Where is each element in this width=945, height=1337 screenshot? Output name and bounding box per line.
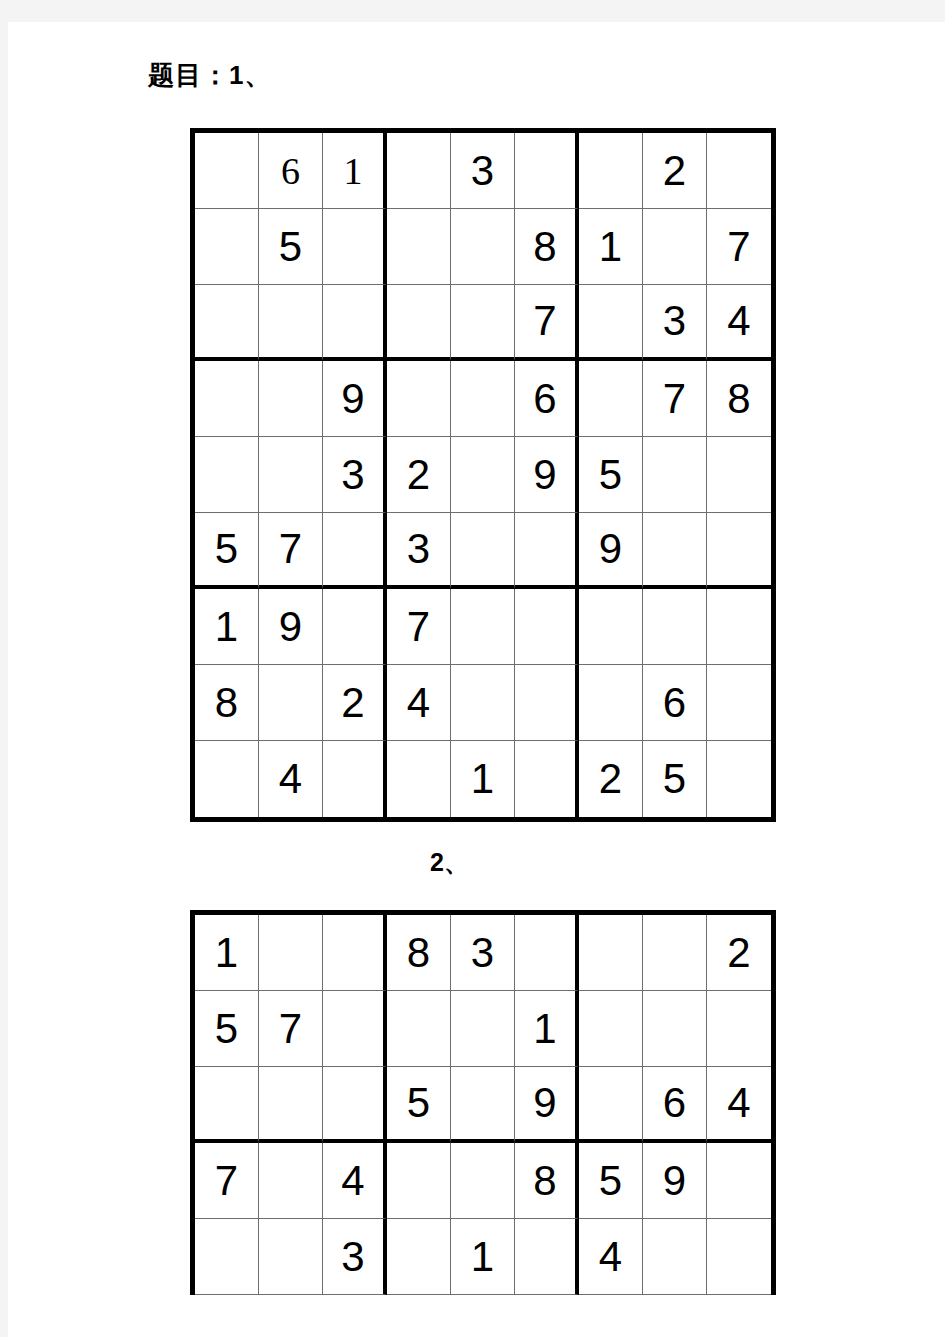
sudoku-grid-1: 6132581773496783295573919782464125 — [190, 128, 776, 822]
puzzle-1-cell-r3c6: 7 — [515, 285, 579, 361]
puzzle-2-cell-r5c4 — [387, 1219, 451, 1295]
puzzle-2-cell-r5c1 — [195, 1219, 259, 1295]
puzzle-1-cell-r9c2: 4 — [259, 741, 323, 817]
puzzle-1-cell-r2c1 — [195, 209, 259, 285]
puzzle-2-cell-r1c3 — [323, 915, 387, 991]
puzzle-2-cell-r1c7 — [579, 915, 643, 991]
puzzle-1-cell-r3c1 — [195, 285, 259, 361]
puzzle-2-cell-r1c8 — [643, 915, 707, 991]
puzzle-2-cell-r1c5: 3 — [451, 915, 515, 991]
puzzle-1-cell-r8c5 — [451, 665, 515, 741]
puzzle-1-cell-r8c1: 8 — [195, 665, 259, 741]
puzzle-1-cell-r1c4 — [387, 133, 451, 209]
puzzle-2-cell-r4c5 — [451, 1143, 515, 1219]
puzzle-1-cell-r8c3: 2 — [323, 665, 387, 741]
puzzle-2-cell-r4c1: 7 — [195, 1143, 259, 1219]
page-title: 题目：1、 — [148, 58, 271, 93]
puzzle-1-cell-r8c2 — [259, 665, 323, 741]
puzzle-2-cell-r3c8: 6 — [643, 1067, 707, 1143]
puzzle-1-cell-r7c1: 1 — [195, 589, 259, 665]
puzzle-2-cell-r2c1: 5 — [195, 991, 259, 1067]
sudoku-grid-2: 1832571596474859314 — [190, 910, 776, 1295]
puzzle-2-cell-r5c3: 3 — [323, 1219, 387, 1295]
viewer-left-margin — [0, 0, 8, 1337]
puzzle-1-cell-r4c1 — [195, 361, 259, 437]
puzzle-1-cell-r6c1: 5 — [195, 513, 259, 589]
puzzle-1-cell-r6c7: 9 — [579, 513, 643, 589]
puzzle-1-cell-r5c6: 9 — [515, 437, 579, 513]
puzzle-1-cell-r3c4 — [387, 285, 451, 361]
puzzle-1-cell-r5c2 — [259, 437, 323, 513]
puzzle-2-cell-r2c6: 1 — [515, 991, 579, 1067]
puzzle-1-cell-r3c5 — [451, 285, 515, 361]
puzzle-1-cell-r3c2 — [259, 285, 323, 361]
puzzle-1-cell-r9c1 — [195, 741, 259, 817]
puzzle-1-cell-r2c2: 5 — [259, 209, 323, 285]
puzzle-1-cell-r2c8 — [643, 209, 707, 285]
puzzle-1-cell-r6c3 — [323, 513, 387, 589]
puzzle-2-cell-r2c5 — [451, 991, 515, 1067]
puzzle-1-cell-r6c9 — [707, 513, 771, 589]
puzzle-2-cell-r4c3: 4 — [323, 1143, 387, 1219]
document-page: 题目：1、 6132581773496783295573919782464125… — [0, 0, 945, 1337]
puzzle-1-cell-r5c4: 2 — [387, 437, 451, 513]
puzzle-2-cell-r4c9 — [707, 1143, 771, 1219]
puzzle-2-cell-r1c6 — [515, 915, 579, 991]
puzzle-1-cell-r8c9 — [707, 665, 771, 741]
puzzle-2-cell-r5c8 — [643, 1219, 707, 1295]
puzzle-2-cell-r2c2: 7 — [259, 991, 323, 1067]
puzzle-2-cell-r5c7: 4 — [579, 1219, 643, 1295]
puzzle-1-cell-r2c5 — [451, 209, 515, 285]
puzzle-1-cell-r7c5 — [451, 589, 515, 665]
puzzle-1-cell-r3c9: 4 — [707, 285, 771, 361]
puzzle-1-cell-r7c4: 7 — [387, 589, 451, 665]
puzzle-1-cell-r8c7 — [579, 665, 643, 741]
puzzle-1-cell-r1c8: 2 — [643, 133, 707, 209]
puzzle-1-cell-r2c7: 1 — [579, 209, 643, 285]
puzzle-2-cell-r2c7 — [579, 991, 643, 1067]
puzzle-1-cell-r5c8 — [643, 437, 707, 513]
puzzle-1-cell-r5c3: 3 — [323, 437, 387, 513]
puzzle-2-cell-r4c2 — [259, 1143, 323, 1219]
puzzle-2-label: 2、 — [430, 846, 469, 879]
puzzle-1-cell-r7c3 — [323, 589, 387, 665]
puzzle-1-cell-r7c8 — [643, 589, 707, 665]
puzzle-2-cell-r1c4: 8 — [387, 915, 451, 991]
puzzle-1-cell-r4c7 — [579, 361, 643, 437]
puzzle-2-cell-r2c8 — [643, 991, 707, 1067]
puzzle-1-cell-r6c6 — [515, 513, 579, 589]
puzzle-1-cell-r6c2: 7 — [259, 513, 323, 589]
puzzle-1-cell-r5c7: 5 — [579, 437, 643, 513]
puzzle-2-cell-r3c5 — [451, 1067, 515, 1143]
puzzle-1-cell-r6c5 — [451, 513, 515, 589]
puzzle-2-cell-r3c1 — [195, 1067, 259, 1143]
puzzle-1-cell-r7c7 — [579, 589, 643, 665]
puzzle-2-cell-r3c7 — [579, 1067, 643, 1143]
puzzle-1-cell-r1c5: 3 — [451, 133, 515, 209]
puzzle-2-cell-r3c6: 9 — [515, 1067, 579, 1143]
puzzle-1-cell-r6c8 — [643, 513, 707, 589]
puzzle-1-cell-r1c6 — [515, 133, 579, 209]
puzzle-1-cell-r1c3: 1 — [323, 133, 387, 209]
puzzle-1-cell-r7c6 — [515, 589, 579, 665]
puzzle-2-cell-r3c2 — [259, 1067, 323, 1143]
puzzle-1-cell-r9c8: 5 — [643, 741, 707, 817]
puzzle-1-cell-r2c3 — [323, 209, 387, 285]
puzzle-2-cell-r2c4 — [387, 991, 451, 1067]
puzzle-2-cell-r4c8: 9 — [643, 1143, 707, 1219]
puzzle-1-cell-r5c1 — [195, 437, 259, 513]
puzzle-1-cell-r7c9 — [707, 589, 771, 665]
puzzle-1-cell-r5c5 — [451, 437, 515, 513]
puzzle-2-cell-r4c7: 5 — [579, 1143, 643, 1219]
puzzle-1-cell-r3c8: 3 — [643, 285, 707, 361]
puzzle-1-cell-r3c7 — [579, 285, 643, 361]
puzzle-1-cell-r4c2 — [259, 361, 323, 437]
puzzle-2-cell-r1c2 — [259, 915, 323, 991]
puzzle-1-cell-r4c4 — [387, 361, 451, 437]
puzzle-1-cell-r9c9 — [707, 741, 771, 817]
puzzle-1-cell-r8c4: 4 — [387, 665, 451, 741]
puzzle-1-cell-r4c5 — [451, 361, 515, 437]
puzzle-2-cell-r5c5: 1 — [451, 1219, 515, 1295]
puzzle-2-cell-r5c9 — [707, 1219, 771, 1295]
puzzle-1-cell-r4c8: 7 — [643, 361, 707, 437]
puzzle-2-cell-r2c3 — [323, 991, 387, 1067]
puzzle-1-cell-r1c9 — [707, 133, 771, 209]
puzzle-1-cell-r1c1 — [195, 133, 259, 209]
puzzle-2-cell-r3c9: 4 — [707, 1067, 771, 1143]
puzzle-1-cell-r9c7: 2 — [579, 741, 643, 817]
puzzle-1-cell-r1c2: 6 — [259, 133, 323, 209]
puzzle-1-cell-r3c3 — [323, 285, 387, 361]
puzzle-1-cell-r9c5: 1 — [451, 741, 515, 817]
puzzle-2-cell-r1c9: 2 — [707, 915, 771, 991]
puzzle-1-cell-r7c2: 9 — [259, 589, 323, 665]
puzzle-1-cell-r1c7 — [579, 133, 643, 209]
puzzle-2-cell-r5c6 — [515, 1219, 579, 1295]
puzzle-2-cell-r1c1: 1 — [195, 915, 259, 991]
puzzle-2-cell-r3c3 — [323, 1067, 387, 1143]
viewer-top-margin — [0, 0, 945, 22]
puzzle-1-cell-r2c6: 8 — [515, 209, 579, 285]
puzzle-1-cell-r4c9: 8 — [707, 361, 771, 437]
puzzle-1-cell-r9c6 — [515, 741, 579, 817]
puzzle-1-cell-r4c6: 6 — [515, 361, 579, 437]
puzzle-1-cell-r9c3 — [323, 741, 387, 817]
puzzle-1-cell-r9c4 — [387, 741, 451, 817]
puzzle-2-cell-r4c6: 8 — [515, 1143, 579, 1219]
puzzle-1-cell-r2c9: 7 — [707, 209, 771, 285]
puzzle-2-cell-r2c9 — [707, 991, 771, 1067]
puzzle-1-cell-r8c8: 6 — [643, 665, 707, 741]
puzzle-1-cell-r5c9 — [707, 437, 771, 513]
puzzle-1-cell-r6c4: 3 — [387, 513, 451, 589]
puzzle-1-cell-r4c3: 9 — [323, 361, 387, 437]
puzzle-1-cell-r8c6 — [515, 665, 579, 741]
puzzle-1-cell-r2c4 — [387, 209, 451, 285]
puzzle-2-cell-r3c4: 5 — [387, 1067, 451, 1143]
puzzle-2-cell-r5c2 — [259, 1219, 323, 1295]
puzzle-2-cell-r4c4 — [387, 1143, 451, 1219]
